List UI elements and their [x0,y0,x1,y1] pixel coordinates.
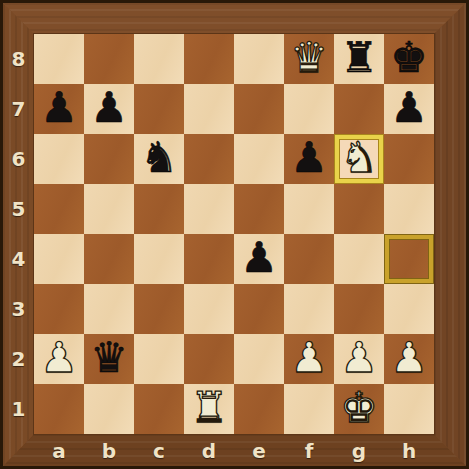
file-label-b: b [84,436,134,466]
square-g6[interactable]: ♞ [334,134,384,184]
square-a8[interactable] [34,34,84,84]
board: ♛♜♚♟♟♟♞♟♞♟♟♛♟♟♟♜♚ [34,34,434,434]
file-label-e: e [234,436,284,466]
rank-label-2: 2 [3,334,34,384]
square-h1[interactable] [384,384,434,434]
square-a3[interactable] [34,284,84,334]
rank-label-7: 7 [3,84,34,134]
square-f3[interactable] [284,284,334,334]
square-f5[interactable] [284,184,334,234]
black-pawn[interactable]: ♟ [390,87,428,129]
file-label-a: a [34,436,84,466]
square-d7[interactable] [184,84,234,134]
rank-label-5: 5 [3,184,34,234]
black-knight[interactable]: ♞ [140,137,178,179]
square-e7[interactable] [234,84,284,134]
square-h3[interactable] [384,284,434,334]
square-g1[interactable]: ♚ [334,384,384,434]
square-b3[interactable] [84,284,134,334]
square-g7[interactable] [334,84,384,134]
square-c6[interactable]: ♞ [134,134,184,184]
square-d5[interactable] [184,184,234,234]
white-rook[interactable]: ♜ [190,387,228,429]
file-label-g: g [334,436,384,466]
white-pawn[interactable]: ♟ [290,337,328,379]
square-f4[interactable] [284,234,334,284]
square-c3[interactable] [134,284,184,334]
square-h4[interactable] [384,234,434,284]
square-f8[interactable]: ♛ [284,34,334,84]
square-h6[interactable] [384,134,434,184]
square-c7[interactable] [134,84,184,134]
white-pawn[interactable]: ♟ [390,337,428,379]
square-b4[interactable] [84,234,134,284]
square-e8[interactable] [234,34,284,84]
square-a2[interactable]: ♟ [34,334,84,384]
rank-label-1: 1 [3,384,34,434]
square-e5[interactable] [234,184,284,234]
square-d2[interactable] [184,334,234,384]
square-b1[interactable] [84,384,134,434]
black-pawn[interactable]: ♟ [40,87,78,129]
rank-label-3: 3 [3,284,34,334]
square-c1[interactable] [134,384,184,434]
square-a7[interactable]: ♟ [34,84,84,134]
square-d3[interactable] [184,284,234,334]
square-g3[interactable] [334,284,384,334]
square-e4[interactable]: ♟ [234,234,284,284]
square-f6[interactable]: ♟ [284,134,334,184]
black-pawn[interactable]: ♟ [290,137,328,179]
file-label-d: d [184,436,234,466]
black-king[interactable]: ♚ [390,37,428,79]
square-a4[interactable] [34,234,84,284]
square-e3[interactable] [234,284,284,334]
square-b7[interactable]: ♟ [84,84,134,134]
square-e2[interactable] [234,334,284,384]
square-h2[interactable]: ♟ [384,334,434,384]
square-c8[interactable] [134,34,184,84]
white-king[interactable]: ♚ [340,387,378,429]
square-c4[interactable] [134,234,184,284]
black-pawn[interactable]: ♟ [90,87,128,129]
black-queen[interactable]: ♛ [90,337,128,379]
highlight-h4 [385,235,433,283]
square-b2[interactable]: ♛ [84,334,134,384]
board-frame-top [3,3,466,34]
square-d4[interactable] [184,234,234,284]
square-f7[interactable] [284,84,334,134]
square-h7[interactable]: ♟ [384,84,434,134]
square-a1[interactable] [34,384,84,434]
square-f2[interactable]: ♟ [284,334,334,384]
rank-label-4: 4 [3,234,34,284]
square-d8[interactable] [184,34,234,84]
rank-label-6: 6 [3,134,34,184]
square-g8[interactable]: ♜ [334,34,384,84]
square-a5[interactable] [34,184,84,234]
square-a6[interactable] [34,134,84,184]
file-label-f: f [284,436,334,466]
square-c2[interactable] [134,334,184,384]
square-c5[interactable] [134,184,184,234]
square-e1[interactable] [234,384,284,434]
square-b5[interactable] [84,184,134,234]
rank-label-8: 8 [3,34,34,84]
square-g4[interactable] [334,234,384,284]
chess-board-window: ♛♜♚♟♟♟♞♟♞♟♟♛♟♟♟♜♚ 87654321 abcdefgh [0,0,469,469]
file-label-c: c [134,436,184,466]
white-pawn[interactable]: ♟ [40,337,78,379]
square-d6[interactable] [184,134,234,184]
square-d1[interactable]: ♜ [184,384,234,434]
white-knight[interactable]: ♞ [340,137,378,179]
square-f1[interactable] [284,384,334,434]
file-label-h: h [384,436,434,466]
white-queen[interactable]: ♛ [290,37,328,79]
square-g5[interactable] [334,184,384,234]
white-pawn[interactable]: ♟ [340,337,378,379]
square-h5[interactable] [384,184,434,234]
square-e6[interactable] [234,134,284,184]
black-rook[interactable]: ♜ [340,37,378,79]
board-frame-right [434,3,466,466]
square-b8[interactable] [84,34,134,84]
black-pawn[interactable]: ♟ [240,237,278,279]
square-h8[interactable]: ♚ [384,34,434,84]
square-b6[interactable] [84,134,134,184]
square-g2[interactable]: ♟ [334,334,384,384]
